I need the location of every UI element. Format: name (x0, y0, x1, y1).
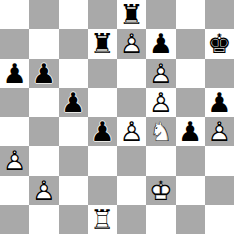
white-pawn-outline-glyph: ♙ (146, 88, 175, 117)
black-pawn-glyph: ♟ (176, 117, 205, 146)
square-c3[interactable] (59, 146, 88, 175)
piece-black-pawn: ♟ (0, 59, 29, 88)
piece-white-pawn: ♟♙ (146, 59, 175, 88)
square-h8[interactable] (205, 0, 234, 29)
square-b8[interactable] (29, 0, 58, 29)
piece-white-pawn: ♟♙ (29, 176, 58, 205)
black-pawn-glyph: ♟ (146, 29, 175, 58)
square-h7[interactable]: ♚ (205, 29, 234, 58)
square-a4[interactable] (0, 117, 29, 146)
piece-black-pawn: ♟ (29, 59, 58, 88)
piece-black-pawn: ♟ (88, 117, 117, 146)
square-e3[interactable] (117, 146, 146, 175)
square-g3[interactable] (176, 146, 205, 175)
white-pawn-outline-glyph: ♙ (146, 59, 175, 88)
square-c7[interactable] (59, 29, 88, 58)
square-e7[interactable]: ♟♙ (117, 29, 146, 58)
square-e8[interactable]: ♜ (117, 0, 146, 29)
white-pawn-outline-glyph: ♙ (117, 29, 146, 58)
square-c1[interactable] (59, 205, 88, 234)
square-b3[interactable] (29, 146, 58, 175)
square-c8[interactable] (59, 0, 88, 29)
square-h1[interactable] (205, 205, 234, 234)
square-g2[interactable] (176, 176, 205, 205)
square-h4[interactable]: ♟♙ (205, 117, 234, 146)
square-d4[interactable]: ♟ (88, 117, 117, 146)
square-d8[interactable] (88, 0, 117, 29)
piece-white-pawn: ♟♙ (146, 88, 175, 117)
square-b5[interactable] (29, 88, 58, 117)
square-g6[interactable] (176, 59, 205, 88)
square-h6[interactable] (205, 59, 234, 88)
black-king-glyph: ♚ (205, 29, 234, 58)
square-g4[interactable]: ♟ (176, 117, 205, 146)
piece-white-pawn: ♟♙ (117, 117, 146, 146)
square-b2[interactable]: ♟♙ (29, 176, 58, 205)
square-f2[interactable]: ♚♔ (146, 176, 175, 205)
piece-white-knight: ♞♘ (146, 117, 175, 146)
square-c5[interactable]: ♟ (59, 88, 88, 117)
square-d6[interactable] (88, 59, 117, 88)
square-h3[interactable] (205, 146, 234, 175)
white-pawn-outline-glyph: ♙ (0, 146, 29, 175)
black-pawn-glyph: ♟ (59, 88, 88, 117)
piece-black-rook: ♜ (88, 29, 117, 58)
square-g1[interactable] (176, 205, 205, 234)
square-e5[interactable] (117, 88, 146, 117)
piece-white-king: ♚♔ (146, 176, 175, 205)
square-f5[interactable]: ♟♙ (146, 88, 175, 117)
piece-white-rook: ♜♖ (88, 205, 117, 234)
black-pawn-glyph: ♟ (0, 59, 29, 88)
square-c4[interactable] (59, 117, 88, 146)
black-pawn-glyph: ♟ (29, 59, 58, 88)
piece-black-pawn: ♟ (205, 88, 234, 117)
white-rook-outline-glyph: ♖ (88, 205, 117, 234)
square-f4[interactable]: ♞♘ (146, 117, 175, 146)
square-d5[interactable] (88, 88, 117, 117)
square-e1[interactable] (117, 205, 146, 234)
square-g7[interactable] (176, 29, 205, 58)
square-f6[interactable]: ♟♙ (146, 59, 175, 88)
piece-black-king: ♚ (205, 29, 234, 58)
white-pawn-outline-glyph: ♙ (29, 176, 58, 205)
square-a1[interactable] (0, 205, 29, 234)
square-c6[interactable] (59, 59, 88, 88)
black-pawn-glyph: ♟ (205, 88, 234, 117)
square-a3[interactable]: ♟♙ (0, 146, 29, 175)
white-knight-outline-glyph: ♘ (146, 117, 175, 146)
square-d3[interactable] (88, 146, 117, 175)
square-g8[interactable] (176, 0, 205, 29)
piece-black-pawn: ♟ (146, 29, 175, 58)
square-a8[interactable] (0, 0, 29, 29)
square-d2[interactable] (88, 176, 117, 205)
square-b7[interactable] (29, 29, 58, 58)
square-f1[interactable] (146, 205, 175, 234)
square-d1[interactable]: ♜♖ (88, 205, 117, 234)
piece-black-rook: ♜ (117, 0, 146, 29)
black-rook-glyph: ♜ (117, 0, 146, 29)
square-g5[interactable] (176, 88, 205, 117)
square-e6[interactable] (117, 59, 146, 88)
piece-black-pawn: ♟ (59, 88, 88, 117)
square-h2[interactable] (205, 176, 234, 205)
square-f8[interactable] (146, 0, 175, 29)
square-e4[interactable]: ♟♙ (117, 117, 146, 146)
square-b1[interactable] (29, 205, 58, 234)
square-b6[interactable]: ♟ (29, 59, 58, 88)
black-pawn-glyph: ♟ (88, 117, 117, 146)
square-e2[interactable] (117, 176, 146, 205)
square-a5[interactable] (0, 88, 29, 117)
white-pawn-outline-glyph: ♙ (205, 117, 234, 146)
square-c2[interactable] (59, 176, 88, 205)
piece-black-pawn: ♟ (176, 117, 205, 146)
square-b4[interactable] (29, 117, 58, 146)
white-king-outline-glyph: ♔ (146, 176, 175, 205)
piece-white-pawn: ♟♙ (0, 146, 29, 175)
white-pawn-outline-glyph: ♙ (117, 117, 146, 146)
chess-board: ♜♜♟♙♟♚♟♟♟♙♟♟♙♟♟♟♙♞♘♟♟♙♟♙♟♙♚♔♜♖ (0, 0, 234, 234)
square-a2[interactable] (0, 176, 29, 205)
square-f7[interactable]: ♟ (146, 29, 175, 58)
square-h5[interactable]: ♟ (205, 88, 234, 117)
square-a7[interactable] (0, 29, 29, 58)
square-d7[interactable]: ♜ (88, 29, 117, 58)
black-rook-glyph: ♜ (88, 29, 117, 58)
square-a6[interactable]: ♟ (0, 59, 29, 88)
square-f3[interactable] (146, 146, 175, 175)
piece-white-pawn: ♟♙ (117, 29, 146, 58)
piece-white-pawn: ♟♙ (205, 117, 234, 146)
